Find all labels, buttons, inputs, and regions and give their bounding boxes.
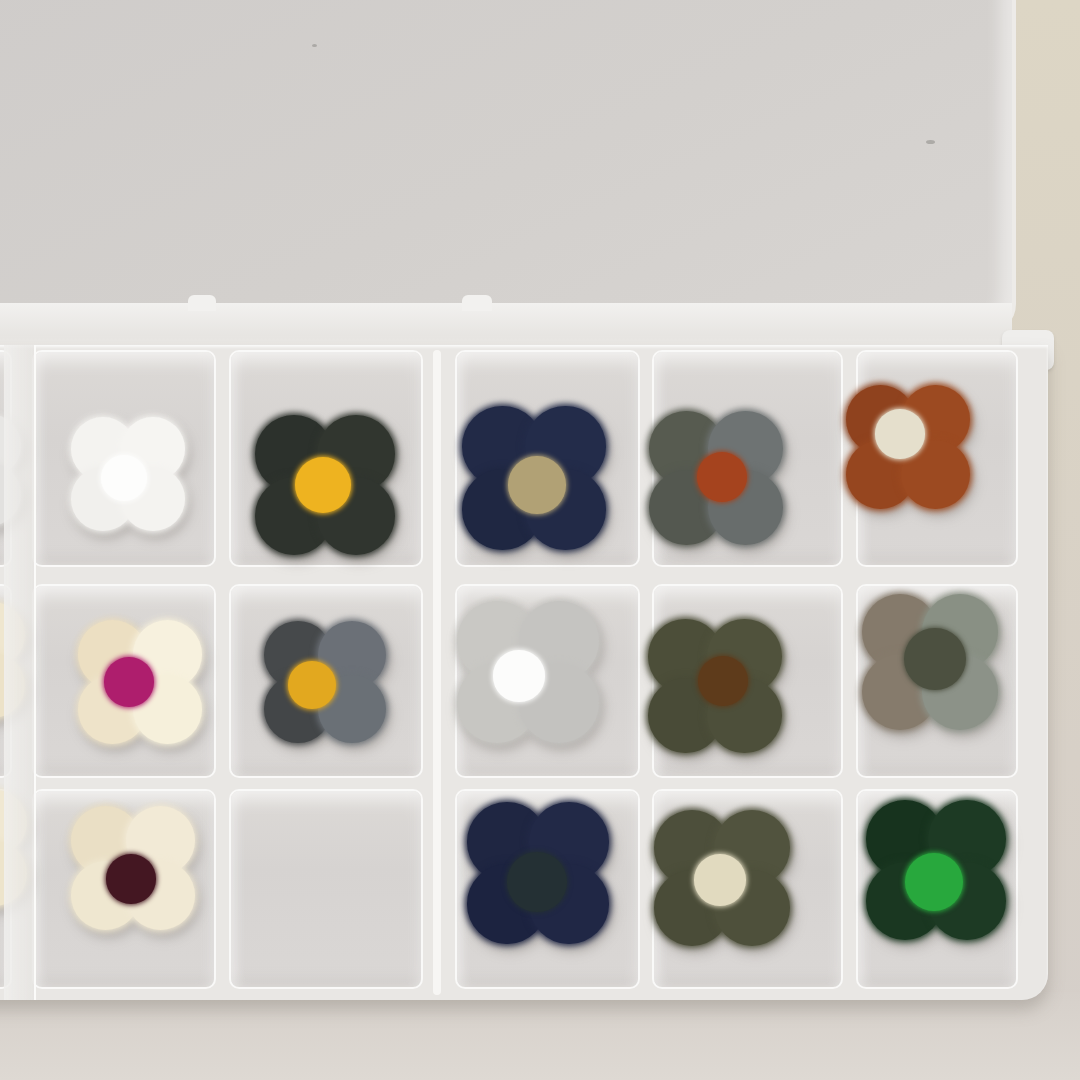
left-divider-wall	[4, 345, 36, 1000]
photo-frame	[0, 0, 1080, 1080]
compartment-r1c4	[652, 350, 843, 567]
compartment-r2c3	[455, 584, 640, 778]
compartment-r1c2	[229, 350, 423, 567]
compartment-r2c5	[856, 584, 1018, 778]
compartment-r1c1	[32, 350, 216, 567]
compartment-r3c2	[229, 789, 423, 989]
section-divider-ridge	[433, 350, 441, 995]
compartment-r3c3	[455, 789, 640, 989]
compartment-r1c5	[856, 350, 1018, 567]
compartment-r3c1	[32, 789, 216, 989]
compartment-r1c3	[455, 350, 640, 567]
compartment-r2c2	[229, 584, 423, 778]
compartment-r3c5	[856, 789, 1018, 989]
compartment-layer	[0, 0, 1080, 1080]
compartment-r2c4	[652, 584, 843, 778]
compartment-r2c1	[32, 584, 216, 778]
compartment-r3c4	[652, 789, 843, 989]
